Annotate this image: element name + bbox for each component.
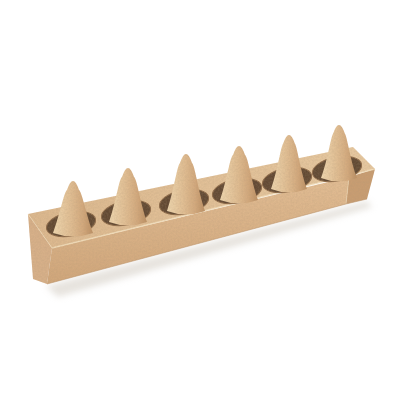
- product-photo: [0, 0, 400, 400]
- cork-ring-stand-image: [0, 0, 400, 400]
